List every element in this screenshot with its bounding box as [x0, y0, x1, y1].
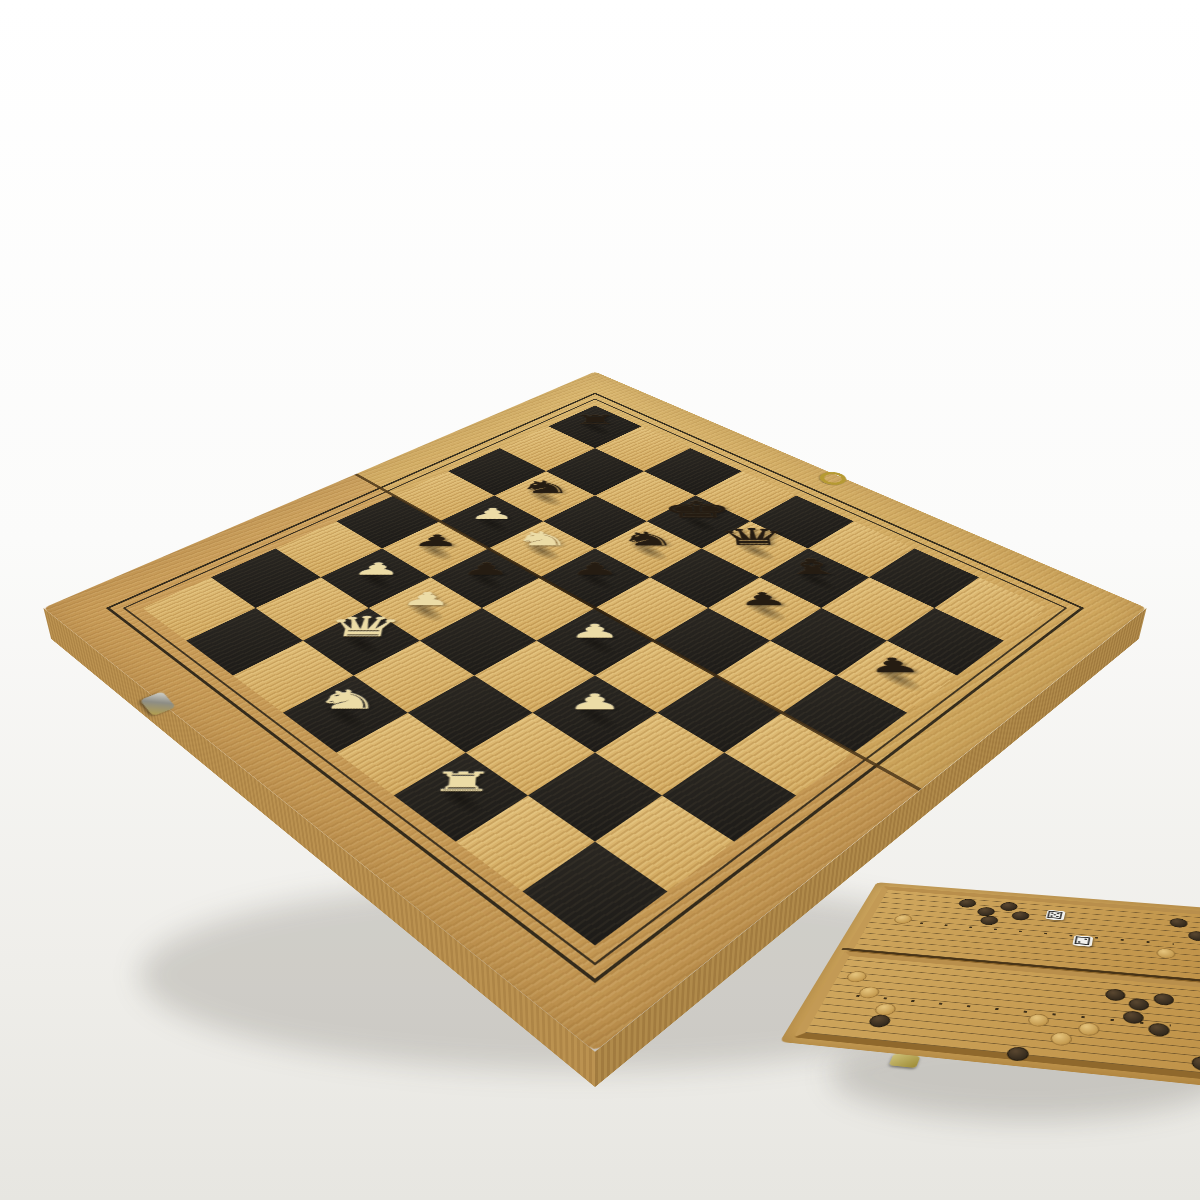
dark-checker[interactable]: [1154, 993, 1175, 1006]
dark-checker[interactable]: [867, 1014, 893, 1028]
square-g3[interactable]: [595, 713, 724, 796]
white-pawn-piece[interactable]: ♟: [350, 561, 404, 578]
dark-checker[interactable]: [1005, 1046, 1030, 1062]
chess-grid: ♜♚♛♝♞♞♟♟♟♞♟♟♟♟♟♟♟♛♞♜: [142, 406, 1047, 946]
point-dots-far: [896, 920, 1173, 945]
black-pawn-piece[interactable]: ♟: [736, 590, 791, 608]
black-knight-piece[interactable]: ♞: [517, 479, 573, 496]
white-rook-piece[interactable]: ♜: [428, 769, 496, 796]
light-checker[interactable]: [856, 986, 881, 999]
square-c2[interactable]: ♛: [303, 608, 420, 675]
die-icon[interactable]: ⚁: [1072, 935, 1093, 947]
white-knight-piece[interactable]: ♞: [512, 529, 572, 548]
square-h7[interactable]: [887, 608, 1004, 675]
square-e4[interactable]: ♟: [537, 608, 654, 675]
dark-checker[interactable]: [1147, 1022, 1169, 1037]
square-g6[interactable]: [770, 608, 887, 675]
square-f4[interactable]: [595, 641, 716, 713]
white-knight-piece[interactable]: ♞: [311, 687, 385, 713]
white-pawn-piece[interactable]: ♟: [568, 622, 622, 641]
square-g5[interactable]: [716, 641, 837, 713]
point-dots-near: [856, 995, 1170, 1027]
product-photo-scene: ♜♚♛♝♞♞♟♟♟♞♟♟♟♟♟♟♟♛♞♜ ⚄⚁: [0, 0, 1200, 1200]
square-f5[interactable]: [653, 608, 770, 675]
square-h4[interactable]: [724, 713, 853, 796]
clasp-ring-icon: [814, 469, 851, 487]
light-checker[interactable]: [845, 970, 869, 983]
piece-shadow: [316, 697, 373, 735]
square-h2[interactable]: [595, 795, 734, 891]
white-queen-piece[interactable]: ♛: [322, 613, 407, 641]
square-e2[interactable]: [408, 675, 533, 752]
piece-shadow: [429, 777, 492, 821]
light-checker[interactable]: [1049, 1031, 1073, 1046]
dark-checker[interactable]: [1128, 998, 1149, 1012]
light-checker[interactable]: [1077, 1022, 1100, 1037]
square-h6[interactable]: ♟: [836, 641, 957, 713]
square-c1[interactable]: [233, 641, 354, 713]
dark-checker[interactable]: [1191, 1056, 1200, 1072]
black-pawn-piece[interactable]: ♟: [411, 533, 462, 549]
white-pawn-piece[interactable]: ♟: [468, 506, 517, 521]
dark-checker[interactable]: [1104, 988, 1125, 1001]
square-f3[interactable]: ♟: [533, 675, 658, 752]
square-f1[interactable]: ♜: [394, 753, 528, 842]
black-king-piece[interactable]: ♚: [660, 498, 735, 521]
square-d3[interactable]: [420, 608, 537, 675]
square-e1[interactable]: [336, 713, 465, 796]
white-pawn-piece[interactable]: ♟: [399, 590, 454, 608]
black-bishop-piece[interactable]: ♝: [778, 556, 846, 577]
square-b1[interactable]: [186, 608, 303, 675]
square-d2[interactable]: [354, 641, 475, 713]
backgammon-half-far: [843, 886, 1200, 986]
square-g4[interactable]: [657, 675, 782, 752]
light-checker[interactable]: [1027, 1013, 1050, 1027]
black-rook-piece[interactable]: ♜: [572, 413, 618, 426]
dark-checker[interactable]: [1123, 1010, 1145, 1024]
square-h5[interactable]: [782, 675, 907, 752]
black-pawn-piece[interactable]: ♟: [570, 561, 620, 578]
white-pawn-piece[interactable]: ♟: [566, 691, 623, 713]
black-pawn-piece[interactable]: ♟: [460, 561, 512, 578]
black-pawn-piece[interactable]: ♟: [864, 655, 925, 675]
die-icon[interactable]: ⚄: [1045, 910, 1065, 921]
square-e3[interactable]: [474, 641, 595, 713]
square-h3[interactable]: [662, 753, 796, 842]
black-knight-piece[interactable]: ♞: [618, 529, 678, 548]
square-h1[interactable]: [523, 842, 668, 946]
light-checker[interactable]: [873, 1003, 898, 1017]
square-g2[interactable]: [528, 753, 662, 842]
piece-shadow: [565, 697, 626, 735]
square-f2[interactable]: [466, 713, 595, 796]
piece-shadow: [334, 627, 388, 660]
square-d1[interactable]: ♞: [283, 675, 408, 752]
piece-shadow: [866, 661, 929, 696]
piece-shadow: [567, 627, 624, 660]
black-queen-piece[interactable]: ♛: [715, 525, 791, 548]
square-g1[interactable]: [456, 795, 595, 891]
